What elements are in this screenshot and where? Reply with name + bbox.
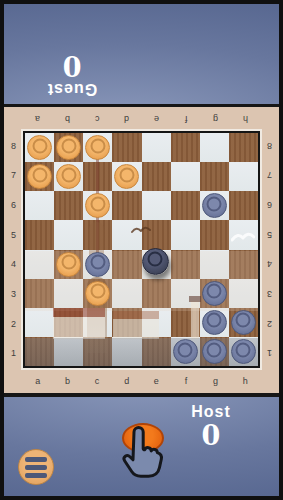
board-grid [25,133,258,366]
checker-blue-g3[interactable] [202,281,227,306]
checker-blue-c4[interactable] [85,252,110,277]
square-h3[interactable] [229,279,258,308]
square-b3[interactable] [54,279,83,308]
square-a7[interactable] [25,162,54,191]
rank-label-1: 1 [11,348,16,358]
square-b7[interactable] [54,162,83,191]
rank-label-6: 6 [11,200,16,210]
square-h6[interactable] [229,191,258,220]
square-g8[interactable] [200,133,229,162]
rank-label-6: 6 [267,200,272,210]
square-c4[interactable] [83,250,112,279]
host-name: Host [165,403,257,421]
board [23,131,260,368]
square-a8[interactable] [25,133,54,162]
square-g3[interactable] [200,279,229,308]
square-c2[interactable] [83,308,112,337]
square-e4[interactable] [142,250,171,279]
file-label-a: a [35,376,40,386]
file-label-g: g [213,114,218,124]
guest-name: Guest [26,80,118,98]
square-b5[interactable] [54,220,83,249]
square-g7[interactable] [200,162,229,191]
rank-label-4: 4 [11,259,16,269]
square-d1[interactable] [112,337,141,366]
rank-label-3: 3 [267,289,272,299]
square-g2[interactable] [200,308,229,337]
file-label-b: b [65,114,70,124]
checker-orange-b8[interactable] [56,135,81,160]
checker-orange-c3[interactable] [85,281,110,306]
checker-orange-a8[interactable] [27,135,52,160]
file-label-d: d [124,114,129,124]
checker-blue-h2[interactable] [231,310,256,335]
square-c8[interactable] [83,133,112,162]
square-b8[interactable] [54,133,83,162]
square-f3[interactable] [171,279,200,308]
file-label-g: g [213,376,218,386]
rank-label-4: 4 [267,259,272,269]
checker-orange-b7[interactable] [56,164,81,189]
square-b2[interactable] [54,308,83,337]
guest-panel-rotated: Guest 0 [4,4,279,104]
file-label-c: c [95,114,100,124]
checker-blue-g2[interactable] [202,310,227,335]
host-panel: Host 0 [4,397,279,496]
rank-labels-left: 87654321 [4,131,23,368]
square-c7[interactable] [83,162,112,191]
file-label-d: d [124,376,129,386]
file-labels-top: abcdefgh [23,107,260,131]
square-e6[interactable] [142,191,171,220]
file-labels-bottom: abcdefgh [23,368,260,393]
rank-label-5: 5 [11,230,16,240]
file-label-f: f [185,376,188,386]
square-d2[interactable] [112,308,141,337]
square-h4[interactable] [229,250,258,279]
checker-orange-c6[interactable] [85,193,110,218]
checker-orange-a7[interactable] [27,164,52,189]
rank-label-3: 3 [11,289,16,299]
rank-label-7: 7 [267,170,272,180]
square-g5[interactable] [200,220,229,249]
guest-score: 0 [26,51,118,79]
square-h2[interactable] [229,308,258,337]
square-f8[interactable] [171,133,200,162]
square-f5[interactable] [171,220,200,249]
square-a5[interactable] [25,220,54,249]
square-d6[interactable] [112,191,141,220]
square-f4[interactable] [171,250,200,279]
square-c5[interactable] [83,220,112,249]
square-g6[interactable] [200,191,229,220]
checker-blue-g6[interactable] [202,193,227,218]
square-e3[interactable] [142,279,171,308]
square-e2[interactable] [142,308,171,337]
square-b6[interactable] [54,191,83,220]
checker-blue-h1[interactable] [231,339,256,364]
square-d7[interactable] [112,162,141,191]
square-a4[interactable] [25,250,54,279]
rank-label-8: 8 [267,141,272,151]
square-a1[interactable] [25,337,54,366]
menu-button[interactable] [18,449,54,485]
rank-labels-right: 87654321 [260,131,279,368]
square-c3[interactable] [83,279,112,308]
app-screen: Guest 0 abcdefgh 87654321 [0,0,283,500]
file-label-e: e [154,114,159,124]
host-score: 0 [165,422,257,450]
square-g1[interactable] [200,337,229,366]
square-f7[interactable] [171,162,200,191]
square-a3[interactable] [25,279,54,308]
square-b1[interactable] [54,337,83,366]
square-d5[interactable] [112,220,141,249]
guest-panel: Guest 0 [4,4,279,104]
square-h8[interactable] [229,133,258,162]
square-e5[interactable] [142,220,171,249]
rank-label-7: 7 [11,170,16,180]
tap-hand-icon [110,423,172,481]
host-score-block: Host 0 [165,403,257,450]
checker-blue-e4[interactable] [142,248,169,275]
rank-label-8: 8 [11,141,16,151]
rank-label-5: 5 [267,230,272,240]
square-f6[interactable] [171,191,200,220]
file-label-c: c [95,376,100,386]
file-label-b: b [65,376,70,386]
square-c1[interactable] [83,337,112,366]
checker-orange-c8[interactable] [85,135,110,160]
checker-orange-d7[interactable] [114,164,139,189]
file-label-h: h [243,114,248,124]
square-a2[interactable] [25,308,54,337]
file-label-f: f [185,114,188,124]
rank-label-2: 2 [11,319,16,329]
square-f2[interactable] [171,308,200,337]
rank-label-2: 2 [267,319,272,329]
square-h1[interactable] [229,337,258,366]
file-label-h: h [243,376,248,386]
hamburger-icon [25,457,47,462]
checker-blue-f1[interactable] [173,339,198,364]
square-g4[interactable] [200,250,229,279]
square-a6[interactable] [25,191,54,220]
square-e1[interactable] [142,337,171,366]
square-f1[interactable] [171,337,200,366]
rank-label-1: 1 [267,348,272,358]
board-frame: abcdefgh 87654321 [4,107,279,393]
square-h5[interactable] [229,220,258,249]
checker-orange-b4[interactable] [56,252,81,277]
guest-score-block: Guest 0 [26,51,118,98]
checker-blue-g1[interactable] [202,339,227,364]
square-e7[interactable] [142,162,171,191]
square-b4[interactable] [54,250,83,279]
square-h7[interactable] [229,162,258,191]
file-label-e: e [154,376,159,386]
file-label-a: a [35,114,40,124]
square-d3[interactable] [112,279,141,308]
square-e8[interactable] [142,133,171,162]
square-d4[interactable] [112,250,141,279]
square-c6[interactable] [83,191,112,220]
square-d8[interactable] [112,133,141,162]
